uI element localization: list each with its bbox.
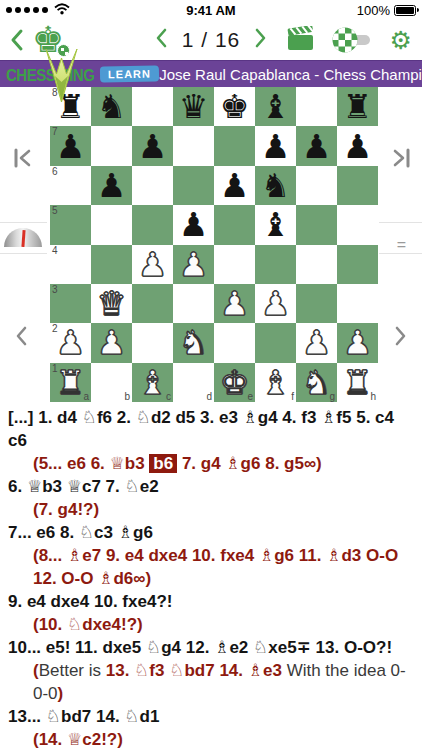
black-piece-q[interactable]: ♛ <box>173 87 214 126</box>
gauge-needle <box>21 230 25 247</box>
comment-text: Better is <box>39 661 106 680</box>
board-mode-toggle[interactable] <box>332 27 372 53</box>
evaluation-text: = <box>397 236 406 254</box>
square-f4[interactable] <box>255 245 296 284</box>
square-c1[interactable]: c♝ <box>132 363 173 402</box>
black-piece-k[interactable]: ♚ <box>214 87 255 126</box>
black-piece-b[interactable]: ♝ <box>255 87 296 126</box>
square-d8[interactable]: ♛ <box>173 87 214 126</box>
square-d7[interactable] <box>173 126 214 165</box>
square-c3[interactable] <box>132 284 173 323</box>
move-text[interactable]: 13. ♘f3 ♘bd7 14. ♗e3 <box>106 661 282 680</box>
move-text[interactable]: 10... e5! 11. dxe5 ♘g4 12. ♗e2 ♘xe5∓ 13.… <box>8 638 392 657</box>
white-piece-p[interactable]: ♟ <box>255 284 296 323</box>
black-piece-p[interactable]: ♟ <box>337 126 378 165</box>
move-text[interactable]: 7... e6 8. ♘c3 ♗g6 <box>8 523 153 542</box>
square-c2[interactable] <box>132 323 173 362</box>
go-to-start-button[interactable] <box>12 148 34 172</box>
black-piece-n[interactable]: ♞ <box>91 87 132 126</box>
prev-move-button[interactable] <box>14 326 28 350</box>
square-h2[interactable]: ♟ <box>337 323 378 362</box>
white-piece-r[interactable]: ♜ <box>50 363 91 402</box>
square-g8[interactable] <box>296 87 337 126</box>
white-piece-b[interactable]: ♝ <box>255 363 296 402</box>
square-g7[interactable]: ♟ <box>296 126 337 165</box>
move-line[interactable]: 6. ♕b3 ♕c7 7. ♘e2 <box>0 475 422 498</box>
square-h8[interactable]: ♜ <box>337 87 378 126</box>
square-f8[interactable]: ♝ <box>255 87 296 126</box>
square-b5[interactable] <box>91 205 132 244</box>
move-line[interactable]: [...] 1. d4 ♘f6 2. ♘d2 d5 3. e3 ♗g4 4. f… <box>0 406 422 452</box>
move-text[interactable]: (5... e6 6. ♕b3 <box>33 454 149 473</box>
black-piece-r[interactable]: ♜ <box>337 87 378 126</box>
square-d4[interactable]: ♟ <box>173 245 214 284</box>
square-d5[interactable]: ♟ <box>173 205 214 244</box>
settings-gear-icon[interactable]: ⚙ <box>390 28 412 53</box>
move-text[interactable]: ) <box>58 684 64 703</box>
black-piece-p[interactable]: ♟ <box>132 126 173 165</box>
square-b8[interactable]: ♞ <box>91 87 132 126</box>
square-f1[interactable]: f♝ <box>255 363 296 402</box>
move-text[interactable]: 9. e4 dxe4 10. fxe4?! <box>8 592 172 611</box>
prev-page-button[interactable] <box>155 28 168 52</box>
square-g3[interactable] <box>296 284 337 323</box>
square-f5[interactable]: ♝ <box>255 205 296 244</box>
move-text[interactable]: 13... ♘bd7 14. ♘d1 <box>8 707 159 726</box>
move-line[interactable]: 7... e6 8. ♘c3 ♗g6 <box>0 521 422 544</box>
status-bar: 9:41 AM 100% <box>0 0 422 20</box>
square-b6[interactable]: ♟ <box>91 166 132 205</box>
next-move-button[interactable] <box>394 326 408 350</box>
clock: 9:41 AM <box>0 3 422 18</box>
square-c4[interactable]: ♟ <box>132 245 173 284</box>
square-d1[interactable]: d <box>173 363 214 402</box>
square-e5[interactable] <box>214 205 255 244</box>
move-text[interactable]: 7. g4 ♗g6 8. g5∞) <box>177 454 322 473</box>
square-a7[interactable]: 7♟ <box>50 126 91 165</box>
white-piece-p[interactable]: ♟ <box>173 245 214 284</box>
square-a1[interactable]: 1a♜ <box>50 363 91 402</box>
square-b1[interactable]: b <box>91 363 132 402</box>
square-g4[interactable] <box>296 245 337 284</box>
square-a4[interactable]: 4 <box>50 245 91 284</box>
rank-label: 4 <box>52 245 58 256</box>
chess-board[interactable]: 8♜♞♛♚♝♜7♟♟♟♟♟6♟♟♞5♟♝4♟♟3♛♟♟2♟♟♞♟♟1a♜bc♝d… <box>50 87 378 402</box>
square-e3[interactable]: ♟ <box>214 284 255 323</box>
rank-label: 6 <box>52 166 58 177</box>
white-piece-p[interactable]: ♟ <box>91 323 132 362</box>
next-page-button[interactable] <box>254 28 267 52</box>
square-e1[interactable]: e♚ <box>214 363 255 402</box>
white-piece-k[interactable]: ♚ <box>214 363 255 402</box>
square-e4[interactable] <box>214 245 255 284</box>
back-button[interactable] <box>8 28 26 56</box>
square-d3[interactable] <box>173 284 214 323</box>
black-piece-n[interactable]: ♞ <box>255 166 296 205</box>
square-g6[interactable] <box>296 166 337 205</box>
battery-icon <box>394 5 416 16</box>
go-to-end-button[interactable] <box>390 148 412 172</box>
square-b3[interactable]: ♛ <box>91 284 132 323</box>
square-c8[interactable] <box>132 87 173 126</box>
move-line[interactable]: 10... e5! 11. dxe5 ♘g4 12. ♗e2 ♘xe5∓ 13.… <box>0 636 422 659</box>
square-h1[interactable]: h♜ <box>337 363 378 402</box>
move-text[interactable]: (10. ♘dxe4!?) <box>33 615 143 634</box>
square-f6[interactable]: ♞ <box>255 166 296 205</box>
white-piece-r[interactable]: ♜ <box>337 363 378 402</box>
rank-label: 5 <box>52 205 58 216</box>
black-piece-p[interactable]: ♟ <box>214 166 255 205</box>
video-lessons-icon[interactable] <box>287 26 314 55</box>
square-h6[interactable] <box>337 166 378 205</box>
square-e2[interactable] <box>214 323 255 362</box>
white-piece-n[interactable]: ♞ <box>296 363 337 402</box>
file-label: d <box>206 391 212 402</box>
square-h5[interactable] <box>337 205 378 244</box>
move-line[interactable]: (10. ♘dxe4!?) <box>0 613 422 636</box>
square-f3[interactable]: ♟ <box>255 284 296 323</box>
move-text[interactable]: 6. ♕b3 ♕c7 7. ♘e2 <box>8 477 159 496</box>
square-c6[interactable] <box>132 166 173 205</box>
move-line[interactable]: 13... ♘bd7 14. ♘d1 <box>0 705 422 728</box>
course-title: Jose Raul Capablanca - Chess Champion <box>159 66 422 83</box>
move-line[interactable]: (14. ♕c2!?) <box>0 728 422 750</box>
move-text[interactable]: (14. ♕c2!?) <box>33 730 123 749</box>
square-f7[interactable]: ♟ <box>255 126 296 165</box>
move-line[interactable]: (7. g4!?) <box>0 498 422 521</box>
file-label: b <box>124 391 130 402</box>
white-piece-p[interactable]: ♟ <box>214 284 255 323</box>
square-a2[interactable]: 2♟ <box>50 323 91 362</box>
move-indicator-arrow <box>41 46 82 104</box>
square-d6[interactable] <box>173 166 214 205</box>
black-piece-p[interactable]: ♟ <box>50 126 91 165</box>
square-a3[interactable]: 3 <box>50 284 91 323</box>
move-text[interactable]: (8... ♗e7 9. e4 dxe4 10. fxe4 ♗g6 11. ♗d… <box>33 546 398 588</box>
square-e7[interactable] <box>214 126 255 165</box>
black-piece-b[interactable]: ♝ <box>255 205 296 244</box>
black-piece-p[interactable]: ♟ <box>173 205 214 244</box>
move-text[interactable]: [...] 1. d4 ♘f6 2. ♘d2 d5 3. e3 ♗g4 4. f… <box>8 408 394 450</box>
current-move-highlight[interactable]: b6 <box>149 454 177 473</box>
black-piece-p[interactable]: ♟ <box>255 126 296 165</box>
white-piece-q[interactable]: ♛ <box>91 284 132 323</box>
square-d2[interactable]: ♞ <box>173 323 214 362</box>
square-a5[interactable]: 5 <box>50 205 91 244</box>
square-a6[interactable]: 6 <box>50 166 91 205</box>
square-f2[interactable] <box>255 323 296 362</box>
square-c7[interactable]: ♟ <box>132 126 173 165</box>
square-g1[interactable]: g♞ <box>296 363 337 402</box>
white-piece-p[interactable]: ♟ <box>132 245 173 284</box>
black-piece-p[interactable]: ♟ <box>296 126 337 165</box>
move-line[interactable]: (5... e6 6. ♕b3 b6 7. g4 ♗g6 8. g5∞) <box>0 452 422 475</box>
white-piece-p[interactable]: ♟ <box>50 323 91 362</box>
square-g2[interactable]: ♟ <box>296 323 337 362</box>
square-b4[interactable] <box>91 245 132 284</box>
square-b7[interactable] <box>91 126 132 165</box>
square-e8[interactable]: ♚ <box>214 87 255 126</box>
white-piece-n[interactable]: ♞ <box>173 323 214 362</box>
square-c5[interactable] <box>132 205 173 244</box>
move-line[interactable]: 9. e4 dxe4 10. fxe4?! <box>0 590 422 613</box>
learn-badge: LEARN <box>100 65 159 82</box>
square-b2[interactable]: ♟ <box>91 323 132 362</box>
moves-notation-panel[interactable]: [...] 1. d4 ♘f6 2. ♘d2 d5 3. e3 ♗g4 4. f… <box>0 402 422 750</box>
square-e6[interactable]: ♟ <box>214 166 255 205</box>
rank-label: 3 <box>52 284 58 295</box>
black-piece-p[interactable]: ♟ <box>91 166 132 205</box>
move-text[interactable]: (7. g4!?) <box>33 500 99 519</box>
square-h3[interactable] <box>337 284 378 323</box>
white-piece-p[interactable]: ♟ <box>337 323 378 362</box>
white-piece-b[interactable]: ♝ <box>132 363 173 402</box>
move-line[interactable]: (8... ♗e7 9. e4 dxe4 10. fxe4 ♗g6 11. ♗d… <box>0 544 422 590</box>
move-line[interactable]: (Better is 13. ♘f3 ♘bd7 14. ♗e3 With the… <box>0 659 422 705</box>
page-indicator: 1 / 16 <box>182 28 241 52</box>
square-g5[interactable] <box>296 205 337 244</box>
evaluation-gauge <box>4 228 42 247</box>
square-h4[interactable] <box>337 245 378 284</box>
square-h7[interactable]: ♟ <box>337 126 378 165</box>
white-piece-p[interactable]: ♟ <box>296 323 337 362</box>
